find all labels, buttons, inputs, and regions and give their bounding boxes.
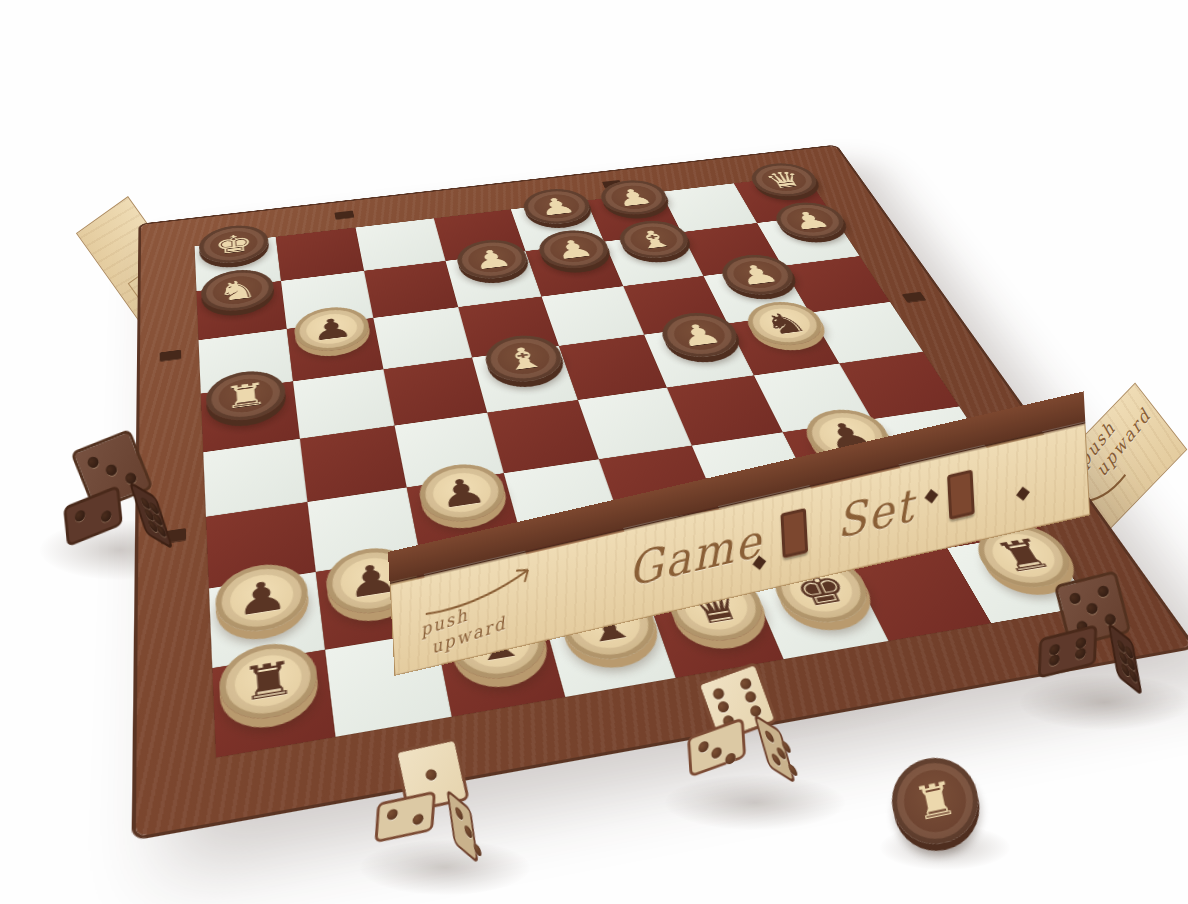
pawn-glyph: ♟ — [234, 573, 289, 622]
die-pip — [425, 769, 438, 782]
pawn-glyph: ♟ — [732, 260, 784, 289]
panel-hole — [925, 489, 939, 503]
panel-hole — [1016, 487, 1030, 501]
square-h5[interactable] — [810, 302, 923, 364]
square-d7[interactable]: ♟ — [446, 251, 542, 307]
pawn-glyph: ♟ — [435, 472, 490, 514]
game-engraving: Game — [627, 514, 763, 597]
frame-knob — [334, 211, 354, 220]
pawn-glyph: ♟ — [673, 319, 726, 352]
square-h4[interactable] — [839, 352, 959, 419]
frame-knob — [160, 350, 182, 361]
queen-glyph: ♛ — [760, 168, 807, 192]
die-front-face-3 — [687, 717, 746, 778]
die-front-face-2 — [374, 791, 435, 844]
bishop-glyph: ♝ — [630, 226, 678, 253]
die-pip — [744, 690, 758, 704]
box-clasp[interactable] — [780, 508, 808, 558]
square-a1[interactable]: ♜ — [212, 650, 335, 758]
offboard-dark-rook-disc[interactable]: ♜ — [884, 750, 986, 852]
rook-glyph: ♜ — [222, 378, 269, 414]
rook-glyph: ♜ — [910, 774, 960, 828]
knight-glyph: ♞ — [216, 275, 259, 305]
dark-pawn-disc[interactable]: ♟ — [518, 186, 596, 227]
pawn-glyph: ♟ — [550, 235, 597, 263]
knight-glyph: ♞ — [758, 307, 812, 339]
box-clasp[interactable] — [947, 470, 975, 520]
die-front-face-2 — [63, 485, 123, 547]
die-pip — [1068, 592, 1081, 605]
pawn-glyph: ♟ — [469, 245, 515, 273]
die-pip — [1086, 602, 1099, 615]
square-d5[interactable]: ♝ — [472, 346, 578, 413]
die-front-face-4 — [1038, 624, 1098, 679]
die-side-face-5 — [753, 713, 796, 784]
dark-king-disc[interactable]: ♚ — [198, 222, 270, 267]
square-c6[interactable] — [373, 307, 472, 369]
rook-glyph: ♜ — [239, 653, 298, 708]
die-pip — [739, 677, 753, 691]
pawn-glyph: ♟ — [309, 313, 355, 345]
dark-queen-disc[interactable]: ♛ — [744, 160, 825, 199]
rook-glyph: ♜ — [988, 532, 1059, 578]
left-die[interactable] — [54, 445, 166, 564]
pawn-glyph: ♟ — [785, 207, 835, 233]
square-a5[interactable]: ♜ — [201, 381, 300, 452]
square-b4[interactable] — [300, 426, 407, 502]
bottom-left-die[interactable] — [366, 747, 481, 869]
die-pip — [1049, 653, 1060, 666]
frame-knob — [902, 292, 926, 302]
pawn-glyph: ♟ — [611, 185, 657, 210]
scene: { "game": "chess", "product": "wooden ch… — [0, 0, 1188, 904]
king-glyph: ♚ — [214, 230, 255, 258]
die-pip — [1075, 647, 1086, 660]
right-die[interactable] — [1030, 583, 1142, 702]
die-pip — [716, 700, 730, 714]
die-pip — [1097, 584, 1110, 597]
die-pip — [711, 687, 725, 701]
set-engraving: Set — [835, 479, 916, 549]
pawn-glyph: ♟ — [534, 193, 579, 219]
light-knight-disc[interactable]: ♞ — [739, 298, 832, 349]
bishop-glyph: ♝ — [498, 341, 549, 375]
bottom-middle-die[interactable] — [680, 678, 788, 794]
